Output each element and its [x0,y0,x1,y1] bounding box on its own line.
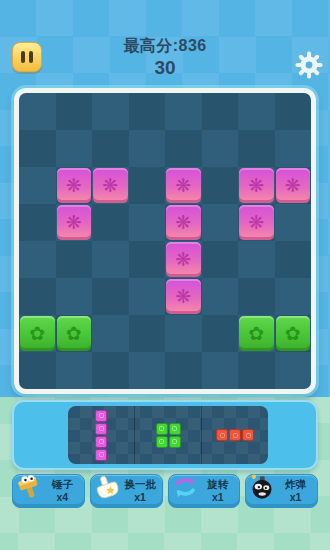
board-cell[interactable] [56,352,93,389]
board-cell[interactable] [56,93,93,130]
board-cell[interactable] [238,278,275,315]
hammer-text: 锤子 x4 [41,478,84,503]
board-cell[interactable] [129,278,166,315]
tray-slot-2 [134,406,201,464]
rotate-arrows-icon [171,473,199,501]
board-cell[interactable] [56,130,93,167]
board-cell[interactable] [202,278,239,315]
hammer-button[interactable]: 锤子 x4 [12,474,85,508]
pink-block: ❋ [166,242,201,277]
red-mini-cell [216,429,228,441]
hammer-count: x4 [41,491,84,504]
board-cell[interactable]: ❋ [56,167,93,204]
pink-mini-cell [95,423,107,435]
board-cell[interactable] [275,241,312,278]
game-screen: 最高分:836 30 ❋❋❋❋❋❋❋❋❋❋✿✿✿✿ [0,0,330,550]
board-cell[interactable] [92,130,129,167]
pink-block: ❋ [239,168,274,203]
settings-gear-icon[interactable] [294,50,324,80]
game-board: ❋❋❋❋❋❋❋❋❋❋✿✿✿✿ [14,88,316,394]
pink-block: ❋ [57,205,92,240]
board-cell[interactable] [165,315,202,352]
tray-piece-green-square-2x2[interactable] [156,423,181,448]
bomb-count: x1 [274,491,317,504]
board-cell[interactable]: ❋ [165,241,202,278]
green-mini-cell [156,436,168,448]
board-cell[interactable]: ✿ [275,315,312,352]
green-block: ✿ [20,316,55,351]
board-cell[interactable] [238,130,275,167]
rotate-count: x1 [197,491,240,504]
tray-piece-pink-vertical-4[interactable] [95,410,107,461]
board-cell[interactable] [165,93,202,130]
board-cell[interactable] [92,352,129,389]
board-cell[interactable]: ❋ [275,167,312,204]
board-cell[interactable] [56,278,93,315]
board-cell[interactable] [238,352,275,389]
board-cell[interactable]: ❋ [92,167,129,204]
swap-batch-button[interactable]: 换一批 x1 [90,474,163,508]
current-score-text: 30 [0,57,330,79]
board-cell[interactable] [275,130,312,167]
board-cell[interactable] [202,130,239,167]
board-cell[interactable] [19,278,56,315]
hammer-label: 锤子 [41,478,84,491]
board-cell[interactable] [165,130,202,167]
board-cell[interactable] [19,204,56,241]
board-cell[interactable] [19,352,56,389]
hammer-icon [15,473,43,501]
board-cell[interactable] [19,93,56,130]
green-mini-cell [169,436,181,448]
rotate-text: 旋转 x1 [197,478,240,503]
pink-block: ❋ [166,279,201,314]
board-cell[interactable] [129,352,166,389]
tray-slot-1 [68,406,134,464]
green-mini-cell [169,423,181,435]
rotate-button[interactable]: 旋转 x1 [168,474,241,508]
board-cell[interactable] [129,204,166,241]
board-cell[interactable] [275,204,312,241]
bomb-label: 炸弹 [274,478,317,491]
board-cell[interactable] [56,241,93,278]
green-block: ✿ [239,316,274,351]
glove-hand-icon [93,473,121,501]
bomb-text: 炸弹 x1 [274,478,317,503]
red-mini-cell [229,429,241,441]
board-cell[interactable] [275,278,312,315]
board-cell[interactable] [129,93,166,130]
pink-block: ❋ [57,168,92,203]
board-cell[interactable] [202,167,239,204]
board-grid: ❋❋❋❋❋❋❋❋❋❋✿✿✿✿ [19,93,311,389]
board-cell[interactable]: ✿ [238,315,275,352]
board-cell[interactable] [202,315,239,352]
board-cell[interactable]: ❋ [56,204,93,241]
board-cell[interactable] [92,93,129,130]
board-cell[interactable] [275,352,312,389]
board-cell[interactable] [202,241,239,278]
board-cell[interactable] [238,241,275,278]
board-cell[interactable] [202,204,239,241]
swap-batch-text: 换一批 x1 [119,478,162,503]
board-cell[interactable] [202,352,239,389]
board-cell[interactable]: ✿ [19,315,56,352]
board-cell[interactable] [19,130,56,167]
board-cell[interactable] [92,241,129,278]
pink-mini-cell [95,436,107,448]
board-cell[interactable]: ❋ [165,204,202,241]
bomb-icon [248,473,276,501]
pink-block: ❋ [276,168,311,203]
piece-tray [12,400,318,470]
pink-block: ❋ [93,168,128,203]
board-cell[interactable] [92,204,129,241]
tray-panel [68,406,268,464]
board-cell[interactable] [275,93,312,130]
board-cell[interactable]: ❋ [238,167,275,204]
red-mini-cell [242,429,254,441]
pink-mini-cell [95,449,107,461]
board-cell[interactable] [129,241,166,278]
board-cell[interactable]: ❋ [238,204,275,241]
green-mini-cell [156,423,168,435]
pink-mini-cell [95,410,107,422]
board-cell[interactable] [238,93,275,130]
rotate-label: 旋转 [197,478,240,491]
powerup-bar: 锤子 x4 换一批 x1 [12,474,318,508]
green-block: ✿ [57,316,92,351]
green-block: ✿ [276,316,311,351]
bomb-button[interactable]: 炸弹 x1 [245,474,318,508]
board-cell[interactable]: ✿ [56,315,93,352]
high-score-text: 最高分:836 [0,36,330,57]
tray-piece-red-row-3[interactable] [216,429,254,441]
pink-block: ❋ [239,205,274,240]
board-cell[interactable] [92,278,129,315]
pink-block: ❋ [166,168,201,203]
board-cell[interactable] [92,315,129,352]
board-cell[interactable] [129,315,166,352]
pink-block: ❋ [166,205,201,240]
tray-slot-3 [201,406,268,464]
board-cell[interactable] [129,167,166,204]
board-cell[interactable] [19,167,56,204]
board-cell[interactable]: ❋ [165,167,202,204]
board-cell[interactable] [129,130,166,167]
swap-batch-count: x1 [119,491,162,504]
board-cell[interactable] [165,352,202,389]
board-cell[interactable] [19,241,56,278]
swap-batch-label: 换一批 [119,478,162,491]
board-cell[interactable] [202,93,239,130]
board-cell[interactable]: ❋ [165,278,202,315]
